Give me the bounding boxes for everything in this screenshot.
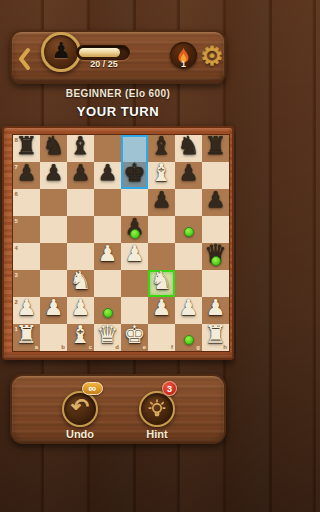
piece-white-knight[interactable]: ♞ <box>148 270 175 297</box>
piece-white-knight[interactable]: ♞ <box>67 270 94 297</box>
square-a3[interactable]: 3 <box>13 270 40 297</box>
level-progress-fill <box>79 48 121 57</box>
square-e1[interactable]: e♚ <box>121 324 148 351</box>
piece-black-knight[interactable]: ♞ <box>40 135 67 162</box>
rank-label: 5 <box>15 218 18 224</box>
square-b1[interactable]: b <box>40 324 67 351</box>
square-c6[interactable] <box>67 189 94 216</box>
square-b6[interactable] <box>40 189 67 216</box>
piece-black-rook[interactable]: ♜ <box>202 135 229 162</box>
level-progress-bar <box>76 45 130 60</box>
hint-button[interactable]: 3 <box>139 391 175 427</box>
file-label: g <box>196 344 200 350</box>
square-d6[interactable] <box>94 189 121 216</box>
hint-label: Hint <box>122 428 192 440</box>
piece-white-pawn[interactable]: ♟ <box>121 243 148 270</box>
piece-black-king[interactable]: ♚ <box>121 162 148 189</box>
hint-badge: 3 <box>162 381 177 396</box>
square-b3[interactable] <box>40 270 67 297</box>
capture-move-dot[interactable] <box>211 256 221 266</box>
square-f3[interactable]: ♞ <box>148 270 175 297</box>
legal-move-dot[interactable] <box>103 308 113 318</box>
square-e7[interactable]: ♚ <box>121 162 148 189</box>
square-f2[interactable]: ♟ <box>148 297 175 324</box>
square-b5[interactable] <box>40 216 67 243</box>
square-a8[interactable]: 8♜ <box>13 135 40 162</box>
piece-black-pawn[interactable]: ♟ <box>202 189 229 216</box>
square-h4[interactable]: ♛ <box>202 243 229 270</box>
board-frame: 8♜♞♝♝♞♜7♟♟♟♟♚♝♟6♟♟5♟4♟♟♛3♞♞2♟♟♟♟♟♟1a♜bc♝… <box>2 126 234 360</box>
piece-white-pawn[interactable]: ♟ <box>175 297 202 324</box>
piece-white-bishop[interactable]: ♝ <box>67 324 94 351</box>
piece-black-knight[interactable]: ♞ <box>175 135 202 162</box>
square-g1[interactable]: g <box>175 324 202 351</box>
square-e5[interactable]: ♟ <box>121 216 148 243</box>
lightbulb-icon <box>146 398 168 420</box>
difficulty-label: BEGINNER (Elo 600) <box>0 88 236 99</box>
pawn-icon: ♟ <box>51 40 71 62</box>
square-c7[interactable]: ♟ <box>67 162 94 189</box>
square-b7[interactable]: ♟ <box>40 162 67 189</box>
square-c1[interactable]: c♝ <box>67 324 94 351</box>
square-g4[interactable] <box>175 243 202 270</box>
square-c8[interactable]: ♝ <box>67 135 94 162</box>
square-g5[interactable] <box>175 216 202 243</box>
file-label: f <box>171 344 173 350</box>
bottom-bar: ↶ ∞ Undo 3 Hint <box>10 374 226 444</box>
square-d1[interactable]: d♛ <box>94 324 121 351</box>
square-g3[interactable] <box>175 270 202 297</box>
piece-black-rook[interactable]: ♜ <box>13 135 40 162</box>
square-e6[interactable] <box>121 189 148 216</box>
square-c3[interactable]: ♞ <box>67 270 94 297</box>
square-d7[interactable]: ♟ <box>94 162 121 189</box>
piece-white-pawn[interactable]: ♟ <box>94 243 121 270</box>
square-f7[interactable]: ♝ <box>148 162 175 189</box>
piece-white-rook[interactable]: ♜ <box>13 324 40 351</box>
gear-icon: ⚙ <box>200 41 223 71</box>
square-d3[interactable] <box>94 270 121 297</box>
settings-button[interactable]: ⚙ <box>198 41 226 71</box>
square-b4[interactable] <box>40 243 67 270</box>
piece-white-rook[interactable]: ♜ <box>202 324 229 351</box>
square-a1[interactable]: 1a♜ <box>13 324 40 351</box>
square-f5[interactable] <box>148 216 175 243</box>
square-e3[interactable] <box>121 270 148 297</box>
square-g6[interactable] <box>175 189 202 216</box>
undo-arrow-icon: ↶ <box>71 396 89 418</box>
rank-label: 6 <box>15 191 18 197</box>
piece-black-pawn[interactable]: ♟ <box>94 162 121 189</box>
file-label: b <box>61 344 65 350</box>
square-g8[interactable]: ♞ <box>175 135 202 162</box>
piece-black-pawn[interactable]: ♟ <box>13 162 40 189</box>
square-d5[interactable] <box>94 216 121 243</box>
piece-white-bishop[interactable]: ♝ <box>148 162 175 189</box>
legal-move-dot[interactable] <box>184 227 194 237</box>
undo-badge: ∞ <box>82 382 103 395</box>
square-b8[interactable]: ♞ <box>40 135 67 162</box>
turn-indicator: YOUR TURN <box>0 104 236 119</box>
square-h7[interactable] <box>202 162 229 189</box>
piece-black-pawn[interactable]: ♟ <box>148 189 175 216</box>
square-h3[interactable] <box>202 270 229 297</box>
piece-black-bishop[interactable]: ♝ <box>67 135 94 162</box>
top-bar: ♟ 20 / 25 1 ⚙ <box>10 30 226 84</box>
square-h1[interactable]: h♜ <box>202 324 229 351</box>
square-a5[interactable]: 5 <box>13 216 40 243</box>
square-d4[interactable]: ♟ <box>94 243 121 270</box>
piece-white-king[interactable]: ♚ <box>121 324 148 351</box>
square-a6[interactable]: 6 <box>13 189 40 216</box>
piece-black-pawn[interactable]: ♟ <box>67 162 94 189</box>
square-f1[interactable]: f <box>148 324 175 351</box>
piece-black-pawn[interactable]: ♟ <box>40 162 67 189</box>
chess-board: 8♜♞♝♝♞♜7♟♟♟♟♚♝♟6♟♟5♟4♟♟♛3♞♞2♟♟♟♟♟♟1a♜bc♝… <box>13 135 229 351</box>
rank-label: 4 <box>15 245 18 251</box>
undo-button[interactable]: ↶ ∞ <box>62 391 98 427</box>
piece-white-pawn[interactable]: ♟ <box>148 297 175 324</box>
piece-black-pawn[interactable]: ♟ <box>175 162 202 189</box>
streak-count: 1 <box>170 59 197 69</box>
square-h6[interactable]: ♟ <box>202 189 229 216</box>
level-progress-label: 20 / 25 <box>69 59 139 69</box>
piece-white-pawn[interactable]: ♟ <box>40 297 67 324</box>
square-g2[interactable]: ♟ <box>175 297 202 324</box>
rank-label: 3 <box>15 272 18 278</box>
undo-label: Undo <box>45 428 115 440</box>
legal-move-dot[interactable] <box>184 335 194 345</box>
square-f6[interactable]: ♟ <box>148 189 175 216</box>
square-a4[interactable]: 4 <box>13 243 40 270</box>
square-e4[interactable]: ♟ <box>121 243 148 270</box>
square-a7[interactable]: 7♟ <box>13 162 40 189</box>
capture-move-dot[interactable] <box>130 229 140 239</box>
back-chevron-icon <box>17 47 31 71</box>
square-c5[interactable] <box>67 216 94 243</box>
square-h8[interactable]: ♜ <box>202 135 229 162</box>
square-d8[interactable] <box>94 135 121 162</box>
square-g7[interactable]: ♟ <box>175 162 202 189</box>
piece-white-queen[interactable]: ♛ <box>94 324 121 351</box>
square-b2[interactable]: ♟ <box>40 297 67 324</box>
back-button[interactable] <box>17 47 31 71</box>
